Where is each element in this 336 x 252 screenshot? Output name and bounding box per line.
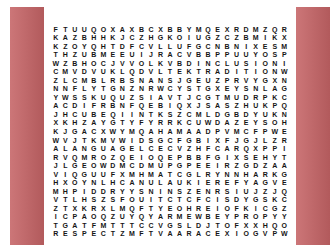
grid-cell: U [127, 51, 137, 60]
grid-cell: Q [270, 221, 280, 230]
grid-cell: R [260, 170, 270, 179]
grid-cell: F [194, 195, 204, 204]
grid-cell: S [89, 195, 99, 204]
grid-cell: U [99, 68, 109, 77]
grid-cell: Y [146, 119, 156, 128]
grid-cell: P [270, 229, 280, 238]
grid-cell: U [175, 42, 185, 51]
grid-cell: H [184, 204, 194, 213]
grid-cell: C [165, 144, 175, 153]
grid-cell: Z [108, 153, 118, 162]
grid-cell: Z [51, 76, 61, 85]
grid-cell: U [260, 110, 270, 119]
grid-cell: H [61, 51, 71, 60]
grid-cell: L [61, 144, 71, 153]
grid-cell: O [241, 229, 251, 238]
grid-cell: U [80, 25, 90, 34]
grid-cell: J [184, 93, 194, 102]
grid-cell: U [80, 110, 90, 119]
grid-cell: H [241, 170, 251, 179]
grid-cell: M [127, 127, 137, 136]
grid-cell: A [146, 76, 156, 85]
grid-cell: Y [251, 51, 261, 60]
grid-cell: C [222, 34, 232, 43]
grid-cell: K [51, 127, 61, 136]
grid-cell: T [279, 153, 289, 162]
grid-cell: R [251, 93, 261, 102]
grid-cell: D [222, 68, 232, 77]
grid-cell: A [70, 221, 80, 230]
grid-cell: O [260, 68, 270, 77]
grid-cell: T [175, 195, 185, 204]
grid-cell: K [241, 204, 251, 213]
grid-cell: O [175, 204, 185, 213]
grid-cell: C [70, 110, 80, 119]
grid-cell: F [222, 136, 232, 145]
grid-cell: E [184, 212, 194, 221]
grid-cell: T [118, 119, 128, 128]
grid-cell: Y [80, 178, 90, 187]
grid-cell: C [203, 229, 213, 238]
grid-cell: G [279, 85, 289, 94]
grid-cell: X [222, 229, 232, 238]
grid-cell: U [241, 187, 251, 196]
worksheet-preview: FTUUQOXAXBCXBBYMQEXRDMZQRKAZBHHKJCZHGKOI… [0, 0, 336, 252]
grid-cell: R [146, 85, 156, 94]
grid-cell: Q [270, 25, 280, 34]
grid-cell: E [251, 153, 261, 162]
grid-cell: D [194, 221, 204, 230]
grid-cell: M [222, 93, 232, 102]
grid-cell: Q [279, 187, 289, 196]
grid-cell: Y [127, 187, 137, 196]
grid-cell: S [80, 93, 90, 102]
grid-cell: V [184, 51, 194, 60]
grid-cell: V [175, 144, 185, 153]
grid-cell: A [165, 127, 175, 136]
grid-cell: U [232, 93, 242, 102]
grid-cell: M [80, 153, 90, 162]
grid-cell: B [156, 102, 166, 111]
grid-cell: I [51, 212, 61, 221]
grid-cell: P [213, 51, 223, 60]
grid-cell: I [251, 204, 261, 213]
grid-cell: X [127, 25, 137, 34]
grid-cell: N [146, 187, 156, 196]
grid-cell: Z [213, 34, 223, 43]
grid-cell: S [146, 136, 156, 145]
grid-cell: Z [61, 59, 71, 68]
grid-cell: Q [99, 212, 109, 221]
grid-cell: R [279, 136, 289, 145]
grid-cell: K [165, 34, 175, 43]
grid-cell: M [146, 170, 156, 179]
grid-cell: C [203, 195, 213, 204]
grid-cell: W [51, 136, 61, 145]
grid-cell: B [194, 153, 204, 162]
grid-cell: W [279, 229, 289, 238]
grid-cell: J [70, 136, 80, 145]
grid-cell: T [146, 110, 156, 119]
grid-cell: M [127, 229, 137, 238]
grid-cell: J [146, 51, 156, 60]
grid-cell: Z [127, 85, 137, 94]
grid-cell: Y [51, 93, 61, 102]
grid-cell: C [127, 161, 137, 170]
grid-cell: T [108, 42, 118, 51]
grid-cell: G [279, 170, 289, 179]
grid-cell: M [251, 25, 261, 34]
grid-cell: I [232, 187, 242, 196]
grid-cell: J [251, 187, 261, 196]
grid-cell: N [51, 85, 61, 94]
grid-cell: U [99, 144, 109, 153]
grid-cell: Y [251, 119, 261, 128]
grid-cell: X [99, 127, 109, 136]
grid-cell: P [175, 153, 185, 162]
grid-cell: T [156, 195, 166, 204]
grid-cell: K [260, 102, 270, 111]
grid-cell: G [184, 170, 194, 179]
grid-cell: B [80, 34, 90, 43]
grid-cell: S [241, 85, 251, 94]
grid-cell: A [194, 127, 204, 136]
grid-cell: A [175, 229, 185, 238]
grid-cell: O [222, 204, 232, 213]
grid-cell: P [70, 187, 80, 196]
grid-cell: B [118, 76, 128, 85]
grid-cell: T [194, 68, 204, 77]
grid-cell: K [156, 59, 166, 68]
grid-cell: W [203, 119, 213, 128]
grid-cell: P [260, 144, 270, 153]
grid-cell: I [80, 102, 90, 111]
grid-cell: C [175, 170, 185, 179]
grid-cell: S [222, 102, 232, 111]
grid-cell: W [118, 136, 128, 145]
grid-cell: D [70, 102, 80, 111]
grid-cell: Q [108, 93, 118, 102]
grid-cell: M [175, 127, 185, 136]
grid-cell: H [194, 144, 204, 153]
grid-cell: E [213, 212, 223, 221]
grid-cell: K [89, 136, 99, 145]
grid-cell: Y [270, 153, 280, 162]
grid-cell: B [184, 153, 194, 162]
grid-cell: E [213, 25, 223, 34]
grid-cell: C [61, 212, 71, 221]
grid-cell: A [194, 229, 204, 238]
grid-cell: S [137, 93, 147, 102]
grid-cell: G [203, 93, 213, 102]
grid-cell: G [108, 85, 118, 94]
grid-cell: E [127, 153, 137, 162]
grid-cell: Q [127, 68, 137, 77]
grid-cell: D [137, 161, 147, 170]
grid-cell: L [99, 76, 109, 85]
grid-cell: I [279, 59, 289, 68]
grid-cell: U [251, 102, 261, 111]
grid-cell: P [80, 229, 90, 238]
grid-cell: P [165, 161, 175, 170]
grid-cell: H [108, 178, 118, 187]
grid-cell: L [260, 85, 270, 94]
grid-cell: T [146, 229, 156, 238]
grid-cell: C [175, 51, 185, 60]
grid-cell: A [165, 229, 175, 238]
grid-cell: A [89, 119, 99, 128]
grid-cell: V [127, 59, 137, 68]
grid-cell: X [99, 204, 109, 213]
grid-cell: P [260, 212, 270, 221]
grid-cell: A [51, 144, 61, 153]
grid-cell: V [108, 136, 118, 145]
grid-cell: W [99, 161, 109, 170]
grid-cell: N [137, 110, 147, 119]
grid-cell: J [251, 136, 261, 145]
grid-cell: R [213, 187, 223, 196]
grid-cell: S [175, 187, 185, 196]
grid-cell: N [270, 68, 280, 77]
grid-cell: N [222, 170, 232, 179]
grid-cell: K [51, 34, 61, 43]
grid-cell: N [156, 76, 166, 85]
grid-cell: F [108, 170, 118, 179]
grid-cell: H [80, 195, 90, 204]
grid-cell: W [61, 93, 71, 102]
grid-cell: N [251, 85, 261, 94]
grid-cell: A [165, 51, 175, 60]
grid-cell: A [270, 161, 280, 170]
grid-cell: B [203, 212, 213, 221]
grid-cell: U [194, 119, 204, 128]
grid-cell: Z [70, 51, 80, 60]
grid-cell: R [203, 170, 213, 179]
grid-cell: S [70, 93, 80, 102]
grid-cell: V [146, 68, 156, 77]
grid-cell: F [232, 178, 242, 187]
grid-cell: E [146, 102, 156, 111]
grid-cell: A [70, 144, 80, 153]
grid-cell: K [80, 204, 90, 213]
grid-cell: O [70, 178, 80, 187]
grid-cell: O [99, 25, 109, 34]
grid-cell: B [203, 51, 213, 60]
grid-cell: A [213, 68, 223, 77]
grid-cell: C [241, 127, 251, 136]
grid-cell: G [89, 144, 99, 153]
grid-cell: J [118, 34, 128, 43]
grid-cell: R [194, 204, 204, 213]
grid-cell: T [127, 221, 137, 230]
grid-cell: Q [203, 25, 213, 34]
grid-cell: A [108, 144, 118, 153]
grid-cell: T [51, 221, 61, 230]
grid-cell: V [241, 76, 251, 85]
grid-cell: C [127, 34, 137, 43]
grid-cell: K [156, 110, 166, 119]
grid-cell: S [222, 195, 232, 204]
grid-cell: V [260, 229, 270, 238]
grid-cell: E [203, 161, 213, 170]
grid-cell: G [61, 221, 71, 230]
grid-cell: K [89, 93, 99, 102]
grid-cell: R [108, 76, 118, 85]
grid-cell: W [279, 68, 289, 77]
grid-cell: M [80, 76, 90, 85]
grid-cell: E [80, 161, 90, 170]
grid-cell: L [156, 178, 166, 187]
grid-cell: N [137, 178, 147, 187]
grid-cell: I [213, 195, 223, 204]
grid-cell: K [175, 119, 185, 128]
grid-cell: F [137, 229, 147, 238]
grid-cell: O [146, 153, 156, 162]
grid-cell: X [251, 144, 261, 153]
grid-cell: H [61, 187, 71, 196]
grid-cell: F [184, 42, 194, 51]
grid-cell: N [89, 178, 99, 187]
grid-cell: B [175, 25, 185, 34]
grid-cell: O [99, 153, 109, 162]
grid-cell: Z [232, 119, 242, 128]
grid-cell: S [270, 51, 280, 60]
grid-cell: Z [213, 76, 223, 85]
grid-cell: Q [108, 110, 118, 119]
grid-cell: L [156, 42, 166, 51]
grid-cell: C [51, 68, 61, 77]
grid-cell: Q [127, 204, 137, 213]
grid-cell: L [146, 59, 156, 68]
grid-cell: U [118, 93, 128, 102]
grid-cell: K [108, 34, 118, 43]
grid-cell: W [108, 127, 118, 136]
grid-cell: O [222, 221, 232, 230]
grid-cell: U [194, 34, 204, 43]
grid-cell: M [194, 25, 204, 34]
grid-cell: X [61, 178, 71, 187]
grid-cell: A [213, 102, 223, 111]
grid-cell: F [232, 221, 242, 230]
grid-cell: B [89, 110, 99, 119]
grid-cell: F [137, 204, 147, 213]
grid-cell: Z [80, 119, 90, 128]
grid-cell: L [165, 42, 175, 51]
grid-cell: S [165, 110, 175, 119]
grid-cell: V [146, 42, 156, 51]
grid-cell: V [156, 221, 166, 230]
grid-cell: X [270, 76, 280, 85]
grid-cell: F [232, 204, 242, 213]
grid-cell: J [108, 59, 118, 68]
grid-cell: G [241, 136, 251, 145]
grid-cell: R [241, 212, 251, 221]
grid-cell: C [99, 59, 109, 68]
left-page-edge-bar [10, 7, 44, 245]
grid-cell: V [165, 59, 175, 68]
grid-cell: Y [175, 85, 185, 94]
grid-cell: B [194, 51, 204, 60]
grid-cell: G [118, 144, 128, 153]
grid-cell: X [184, 102, 194, 111]
grid-cell: C [89, 127, 99, 136]
grid-cell: Z [232, 161, 242, 170]
grid-cell: Z [260, 161, 270, 170]
grid-cell: H [80, 59, 90, 68]
grid-cell: P [70, 212, 80, 221]
grid-cell: J [51, 110, 61, 119]
grid-cell: G [184, 136, 194, 145]
grid-cell: B [194, 136, 204, 145]
grid-cell: G [203, 34, 213, 43]
grid-cell: U [241, 51, 251, 60]
grid-cell: T [146, 204, 156, 213]
grid-cell: R [51, 153, 61, 162]
grid-cell: E [279, 178, 289, 187]
grid-cell: I [260, 34, 270, 43]
grid-cell: G [241, 161, 251, 170]
grid-cell: E [118, 51, 128, 60]
grid-cell: G [80, 170, 90, 179]
grid-cell: S [137, 187, 147, 196]
grid-cell: S [222, 187, 232, 196]
grid-cell: Q [156, 153, 166, 162]
grid-cell: U [146, 178, 156, 187]
grid-cell: X [156, 25, 166, 34]
grid-cell: E [156, 144, 166, 153]
grid-cell: T [165, 68, 175, 77]
grid-cell: Z [108, 212, 118, 221]
grid-cell: O [89, 59, 99, 68]
grid-cell: O [260, 59, 270, 68]
grid-cell: B [89, 76, 99, 85]
grid-cell: R [232, 144, 242, 153]
grid-cell: Y [184, 25, 194, 34]
grid-cell: Y [241, 178, 251, 187]
grid-cell: B [70, 59, 80, 68]
grid-cell: R [165, 212, 175, 221]
grid-cell: Q [175, 102, 185, 111]
grid-cell: L [118, 68, 128, 77]
grid-cell: G [260, 76, 270, 85]
grid-cell: E [241, 119, 251, 128]
grid-cell: K [61, 119, 71, 128]
grid-cell: Y [213, 170, 223, 179]
grid-cell: P [260, 93, 270, 102]
grid-cell: I [146, 195, 156, 204]
grid-cell: N [165, 187, 175, 196]
grid-cell: S [184, 85, 194, 94]
grid-cell: Z [137, 34, 147, 43]
grid-cell: O [279, 221, 289, 230]
grid-cell: U [175, 178, 185, 187]
grid-cell: Z [127, 93, 137, 102]
grid-cell: G [213, 153, 223, 162]
grid-cell: D [99, 187, 109, 196]
grid-cell: A [156, 170, 166, 179]
grid-cell: S [70, 229, 80, 238]
grid-cell: R [156, 51, 166, 60]
grid-cell: C [70, 76, 80, 85]
right-page-edge-bar [296, 7, 330, 245]
grid-cell: V [70, 68, 80, 77]
grid-cell: I [184, 34, 194, 43]
grid-cell: D [241, 25, 251, 34]
grid-cell: N [232, 170, 242, 179]
grid-cell: L [194, 170, 204, 179]
grid-cell: A [118, 25, 128, 34]
grid-cell: Y [118, 187, 128, 196]
